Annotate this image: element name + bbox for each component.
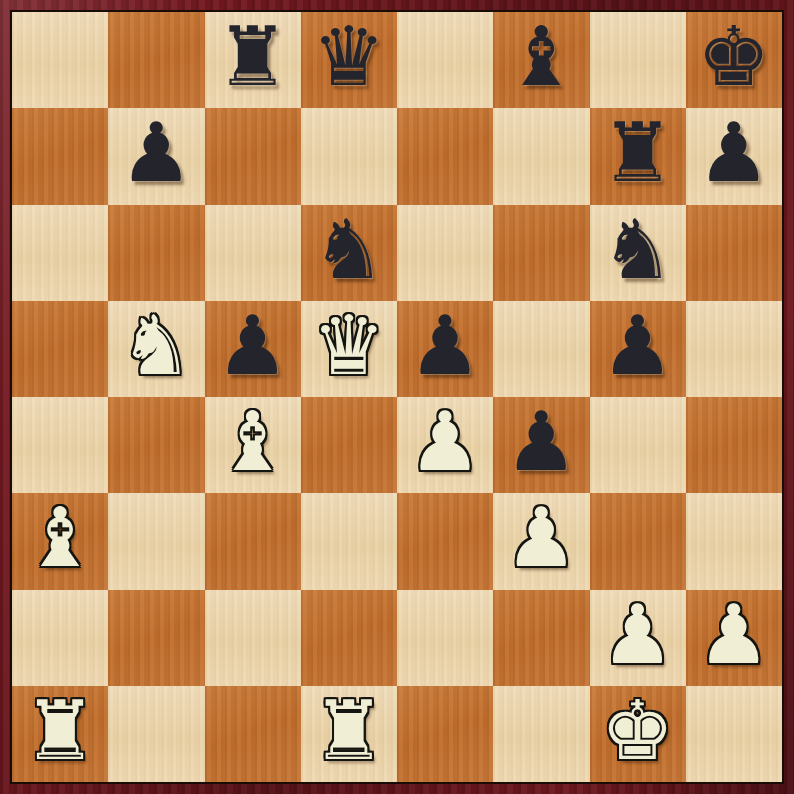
white-pawn-g2[interactable]: ♟	[601, 594, 675, 676]
square-d1[interactable]: ♜	[301, 686, 397, 782]
square-b7[interactable]: ♟	[108, 108, 204, 204]
square-g4[interactable]	[590, 397, 686, 493]
square-c6[interactable]	[205, 205, 301, 301]
square-f4[interactable]: ♟	[493, 397, 589, 493]
black-knight-g6[interactable]: ♞	[601, 209, 675, 291]
black-queen-d8[interactable]: ♛	[312, 16, 386, 98]
black-pawn-h7[interactable]: ♟	[697, 112, 771, 194]
white-pawn-h2[interactable]: ♟	[697, 594, 771, 676]
square-d3[interactable]	[301, 493, 397, 589]
square-d6[interactable]: ♞	[301, 205, 397, 301]
square-b5[interactable]: ♞	[108, 301, 204, 397]
square-c5[interactable]: ♟	[205, 301, 301, 397]
white-bishop-a3[interactable]: ♝	[23, 497, 97, 579]
white-king-g1[interactable]: ♚	[601, 690, 675, 772]
square-e4[interactable]: ♟	[397, 397, 493, 493]
square-c3[interactable]	[205, 493, 301, 589]
square-f7[interactable]	[493, 108, 589, 204]
black-bishop-f8[interactable]: ♝	[505, 16, 579, 98]
square-e6[interactable]	[397, 205, 493, 301]
square-e7[interactable]	[397, 108, 493, 204]
white-pawn-f3[interactable]: ♟	[505, 497, 579, 579]
square-e8[interactable]	[397, 12, 493, 108]
board-frame: ♜♛♝♚♟♜♟♞♞♞♟♛♟♟♝♟♟♝♟♟♟♜♜♚	[0, 0, 794, 794]
black-pawn-b7[interactable]: ♟	[120, 112, 194, 194]
white-queen-d5[interactable]: ♛	[312, 305, 386, 387]
square-h5[interactable]	[686, 301, 782, 397]
square-c1[interactable]	[205, 686, 301, 782]
square-e1[interactable]	[397, 686, 493, 782]
square-a5[interactable]	[12, 301, 108, 397]
black-pawn-e5[interactable]: ♟	[408, 305, 482, 387]
square-d5[interactable]: ♛	[301, 301, 397, 397]
square-e3[interactable]	[397, 493, 493, 589]
square-d7[interactable]	[301, 108, 397, 204]
square-d8[interactable]: ♛	[301, 12, 397, 108]
square-a4[interactable]	[12, 397, 108, 493]
square-b2[interactable]	[108, 590, 204, 686]
square-a2[interactable]	[12, 590, 108, 686]
square-f2[interactable]	[493, 590, 589, 686]
square-a7[interactable]	[12, 108, 108, 204]
square-g3[interactable]	[590, 493, 686, 589]
square-d4[interactable]	[301, 397, 397, 493]
square-h8[interactable]: ♚	[686, 12, 782, 108]
square-g2[interactable]: ♟	[590, 590, 686, 686]
square-g1[interactable]: ♚	[590, 686, 686, 782]
square-c7[interactable]	[205, 108, 301, 204]
white-knight-b5[interactable]: ♞	[120, 305, 194, 387]
square-h1[interactable]	[686, 686, 782, 782]
square-g5[interactable]: ♟	[590, 301, 686, 397]
square-e5[interactable]: ♟	[397, 301, 493, 397]
chess-board: ♜♛♝♚♟♜♟♞♞♞♟♛♟♟♝♟♟♝♟♟♟♜♜♚	[12, 12, 782, 782]
square-a3[interactable]: ♝	[12, 493, 108, 589]
black-pawn-c5[interactable]: ♟	[216, 305, 290, 387]
square-a8[interactable]	[12, 12, 108, 108]
white-rook-d1[interactable]: ♜	[312, 690, 386, 772]
square-b3[interactable]	[108, 493, 204, 589]
square-g7[interactable]: ♜	[590, 108, 686, 204]
black-rook-c8[interactable]: ♜	[216, 16, 290, 98]
square-g8[interactable]	[590, 12, 686, 108]
square-b6[interactable]	[108, 205, 204, 301]
square-f6[interactable]	[493, 205, 589, 301]
square-f1[interactable]	[493, 686, 589, 782]
white-bishop-c4[interactable]: ♝	[216, 401, 290, 483]
square-e2[interactable]	[397, 590, 493, 686]
square-h6[interactable]	[686, 205, 782, 301]
square-b4[interactable]	[108, 397, 204, 493]
square-f5[interactable]	[493, 301, 589, 397]
square-c8[interactable]: ♜	[205, 12, 301, 108]
black-pawn-g5[interactable]: ♟	[601, 305, 675, 387]
square-f8[interactable]: ♝	[493, 12, 589, 108]
square-b1[interactable]	[108, 686, 204, 782]
white-rook-a1[interactable]: ♜	[23, 690, 97, 772]
black-king-h8[interactable]: ♚	[697, 16, 771, 98]
white-pawn-e4[interactable]: ♟	[408, 401, 482, 483]
square-f3[interactable]: ♟	[493, 493, 589, 589]
square-d2[interactable]	[301, 590, 397, 686]
black-pawn-f4[interactable]: ♟	[505, 401, 579, 483]
square-c2[interactable]	[205, 590, 301, 686]
square-h3[interactable]	[686, 493, 782, 589]
black-rook-g7[interactable]: ♜	[601, 112, 675, 194]
square-h4[interactable]	[686, 397, 782, 493]
square-h2[interactable]: ♟	[686, 590, 782, 686]
square-g6[interactable]: ♞	[590, 205, 686, 301]
square-a6[interactable]	[12, 205, 108, 301]
square-a1[interactable]: ♜	[12, 686, 108, 782]
black-knight-d6[interactable]: ♞	[312, 209, 386, 291]
square-c4[interactable]: ♝	[205, 397, 301, 493]
square-b8[interactable]	[108, 12, 204, 108]
square-h7[interactable]: ♟	[686, 108, 782, 204]
